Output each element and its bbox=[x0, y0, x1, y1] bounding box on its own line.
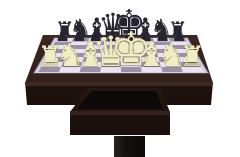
piece-white-rook-h1[interactable]: ♜ bbox=[179, 43, 204, 71]
chess-table-photo: ♜♞♝♛♚♝♞♜♟♟♟♟♟♟♟♟♟♟♟♟♟♟♟♟♜♞♝♛♚♝♞♜ bbox=[0, 0, 240, 157]
pedestal-column bbox=[114, 136, 145, 157]
